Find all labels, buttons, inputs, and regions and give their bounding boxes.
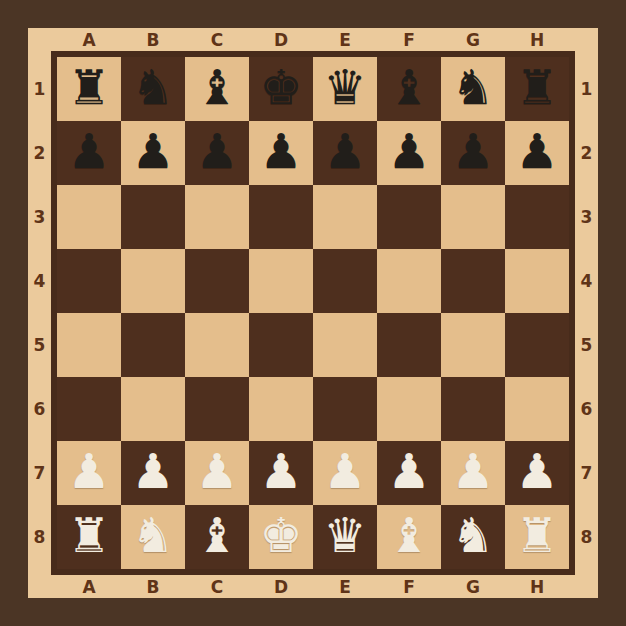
white-bishop[interactable]: ♝ bbox=[195, 511, 238, 559]
file-label-f-bottom: F bbox=[377, 575, 441, 598]
rank-label-5-right: 5 bbox=[575, 313, 598, 377]
rank-label-3-right: 3 bbox=[575, 185, 598, 249]
black-pawn[interactable]: ♟ bbox=[323, 127, 366, 175]
square-e3[interactable] bbox=[313, 185, 377, 249]
square-a1[interactable]: ♜ bbox=[57, 57, 121, 121]
square-f8[interactable]: ♝ bbox=[377, 505, 441, 569]
square-d3[interactable] bbox=[249, 185, 313, 249]
square-g7[interactable]: ♟ bbox=[441, 441, 505, 505]
square-b2[interactable]: ♟ bbox=[121, 121, 185, 185]
square-e2[interactable]: ♟ bbox=[313, 121, 377, 185]
file-label-c-top: C bbox=[185, 28, 249, 51]
black-bishop[interactable]: ♝ bbox=[387, 63, 430, 111]
black-pawn[interactable]: ♟ bbox=[67, 127, 110, 175]
black-pawn[interactable]: ♟ bbox=[259, 127, 302, 175]
square-h1[interactable]: ♜ bbox=[505, 57, 569, 121]
black-rook[interactable]: ♜ bbox=[67, 63, 110, 111]
square-f5[interactable] bbox=[377, 313, 441, 377]
square-g1[interactable]: ♞ bbox=[441, 57, 505, 121]
square-d1[interactable]: ♚ bbox=[249, 57, 313, 121]
square-c6[interactable] bbox=[185, 377, 249, 441]
white-queen[interactable]: ♛ bbox=[323, 511, 366, 559]
square-a2[interactable]: ♟ bbox=[57, 121, 121, 185]
square-a6[interactable] bbox=[57, 377, 121, 441]
square-f2[interactable]: ♟ bbox=[377, 121, 441, 185]
rank-label-8-right: 8 bbox=[575, 505, 598, 569]
white-pawn[interactable]: ♟ bbox=[515, 447, 558, 495]
square-d4[interactable] bbox=[249, 249, 313, 313]
white-pawn[interactable]: ♟ bbox=[259, 447, 302, 495]
white-pawn[interactable]: ♟ bbox=[451, 447, 494, 495]
square-c5[interactable] bbox=[185, 313, 249, 377]
white-pawn[interactable]: ♟ bbox=[67, 447, 110, 495]
white-rook[interactable]: ♜ bbox=[67, 511, 110, 559]
square-h7[interactable]: ♟ bbox=[505, 441, 569, 505]
file-labels-bottom: ABCDEFGH bbox=[57, 575, 569, 598]
file-label-c-bottom: C bbox=[185, 575, 249, 598]
black-pawn[interactable]: ♟ bbox=[131, 127, 174, 175]
square-a4[interactable] bbox=[57, 249, 121, 313]
square-f4[interactable] bbox=[377, 249, 441, 313]
square-g4[interactable] bbox=[441, 249, 505, 313]
white-pawn[interactable]: ♟ bbox=[323, 447, 366, 495]
square-a7[interactable]: ♟ bbox=[57, 441, 121, 505]
rank-label-6-left: 6 bbox=[28, 377, 51, 441]
rank-label-3-left: 3 bbox=[28, 185, 51, 249]
file-label-a-bottom: A bbox=[57, 575, 121, 598]
rank-label-2-right: 2 bbox=[575, 121, 598, 185]
square-g5[interactable] bbox=[441, 313, 505, 377]
file-label-d-bottom: D bbox=[249, 575, 313, 598]
square-c8[interactable]: ♝ bbox=[185, 505, 249, 569]
black-pawn[interactable]: ♟ bbox=[515, 127, 558, 175]
square-a3[interactable] bbox=[57, 185, 121, 249]
square-c7[interactable]: ♟ bbox=[185, 441, 249, 505]
file-label-h-top: H bbox=[505, 28, 569, 51]
square-e8[interactable]: ♛ bbox=[313, 505, 377, 569]
black-bishop[interactable]: ♝ bbox=[195, 63, 238, 111]
square-a5[interactable] bbox=[57, 313, 121, 377]
square-e4[interactable] bbox=[313, 249, 377, 313]
square-g2[interactable]: ♟ bbox=[441, 121, 505, 185]
square-h5[interactable] bbox=[505, 313, 569, 377]
rank-label-4-left: 4 bbox=[28, 249, 51, 313]
square-d7[interactable]: ♟ bbox=[249, 441, 313, 505]
square-c1[interactable]: ♝ bbox=[185, 57, 249, 121]
square-f6[interactable] bbox=[377, 377, 441, 441]
square-g3[interactable] bbox=[441, 185, 505, 249]
square-h8[interactable]: ♜ bbox=[505, 505, 569, 569]
square-f3[interactable] bbox=[377, 185, 441, 249]
file-label-b-bottom: B bbox=[121, 575, 185, 598]
square-d5[interactable] bbox=[249, 313, 313, 377]
square-d8[interactable]: ♚ bbox=[249, 505, 313, 569]
square-f7[interactable]: ♟ bbox=[377, 441, 441, 505]
black-knight[interactable]: ♞ bbox=[131, 63, 174, 111]
rank-label-1-right: 1 bbox=[575, 57, 598, 121]
file-label-e-top: E bbox=[313, 28, 377, 51]
square-c3[interactable] bbox=[185, 185, 249, 249]
white-rook[interactable]: ♜ bbox=[515, 511, 558, 559]
rank-label-8-left: 8 bbox=[28, 505, 51, 569]
square-g6[interactable] bbox=[441, 377, 505, 441]
rank-label-7-left: 7 bbox=[28, 441, 51, 505]
square-b8[interactable]: ♞ bbox=[121, 505, 185, 569]
square-b3[interactable] bbox=[121, 185, 185, 249]
black-pawn[interactable]: ♟ bbox=[195, 127, 238, 175]
square-h2[interactable]: ♟ bbox=[505, 121, 569, 185]
square-b4[interactable] bbox=[121, 249, 185, 313]
rank-label-2-left: 2 bbox=[28, 121, 51, 185]
square-e5[interactable] bbox=[313, 313, 377, 377]
square-h3[interactable] bbox=[505, 185, 569, 249]
square-d6[interactable] bbox=[249, 377, 313, 441]
square-f1[interactable]: ♝ bbox=[377, 57, 441, 121]
rank-label-1-left: 1 bbox=[28, 57, 51, 121]
square-c4[interactable] bbox=[185, 249, 249, 313]
file-label-d-top: D bbox=[249, 28, 313, 51]
square-d2[interactable]: ♟ bbox=[249, 121, 313, 185]
square-b7[interactable]: ♟ bbox=[121, 441, 185, 505]
rank-labels-left: 12345678 bbox=[28, 57, 51, 569]
file-label-b-top: B bbox=[121, 28, 185, 51]
white-king[interactable]: ♚ bbox=[259, 511, 302, 559]
square-a8[interactable]: ♜ bbox=[57, 505, 121, 569]
file-label-h-bottom: H bbox=[505, 575, 569, 598]
white-knight[interactable]: ♞ bbox=[451, 511, 494, 559]
chess-board-background: ABCDEFGH ABCDEFGH 12345678 12345678 ♜♞♝♚… bbox=[0, 0, 626, 626]
white-bishop[interactable]: ♝ bbox=[387, 511, 430, 559]
black-rook[interactable]: ♜ bbox=[515, 63, 558, 111]
square-c2[interactable]: ♟ bbox=[185, 121, 249, 185]
rank-labels-right: 12345678 bbox=[575, 57, 598, 569]
file-label-e-bottom: E bbox=[313, 575, 377, 598]
square-g8[interactable]: ♞ bbox=[441, 505, 505, 569]
black-king[interactable]: ♚ bbox=[259, 63, 302, 111]
black-knight[interactable]: ♞ bbox=[451, 63, 494, 111]
black-pawn[interactable]: ♟ bbox=[387, 127, 430, 175]
rank-label-4-right: 4 bbox=[575, 249, 598, 313]
file-labels-top: ABCDEFGH bbox=[57, 28, 569, 51]
white-pawn[interactable]: ♟ bbox=[195, 447, 238, 495]
file-label-g-bottom: G bbox=[441, 575, 505, 598]
white-pawn[interactable]: ♟ bbox=[131, 447, 174, 495]
square-b6[interactable] bbox=[121, 377, 185, 441]
white-pawn[interactable]: ♟ bbox=[387, 447, 430, 495]
square-e7[interactable]: ♟ bbox=[313, 441, 377, 505]
rank-label-7-right: 7 bbox=[575, 441, 598, 505]
square-b1[interactable]: ♞ bbox=[121, 57, 185, 121]
square-e1[interactable]: ♛ bbox=[313, 57, 377, 121]
file-label-g-top: G bbox=[441, 28, 505, 51]
white-knight[interactable]: ♞ bbox=[131, 511, 174, 559]
square-h6[interactable] bbox=[505, 377, 569, 441]
file-label-f-top: F bbox=[377, 28, 441, 51]
square-b5[interactable] bbox=[121, 313, 185, 377]
black-pawn[interactable]: ♟ bbox=[451, 127, 494, 175]
rank-label-6-right: 6 bbox=[575, 377, 598, 441]
rank-label-5-left: 5 bbox=[28, 313, 51, 377]
file-label-a-top: A bbox=[57, 28, 121, 51]
black-queen[interactable]: ♛ bbox=[323, 63, 366, 111]
chess-board: ♜♞♝♚♛♝♞♜♟♟♟♟♟♟♟♟♟♟♟♟♟♟♟♟♜♞♝♚♛♝♞♜ bbox=[57, 57, 569, 569]
square-h4[interactable] bbox=[505, 249, 569, 313]
square-e6[interactable] bbox=[313, 377, 377, 441]
